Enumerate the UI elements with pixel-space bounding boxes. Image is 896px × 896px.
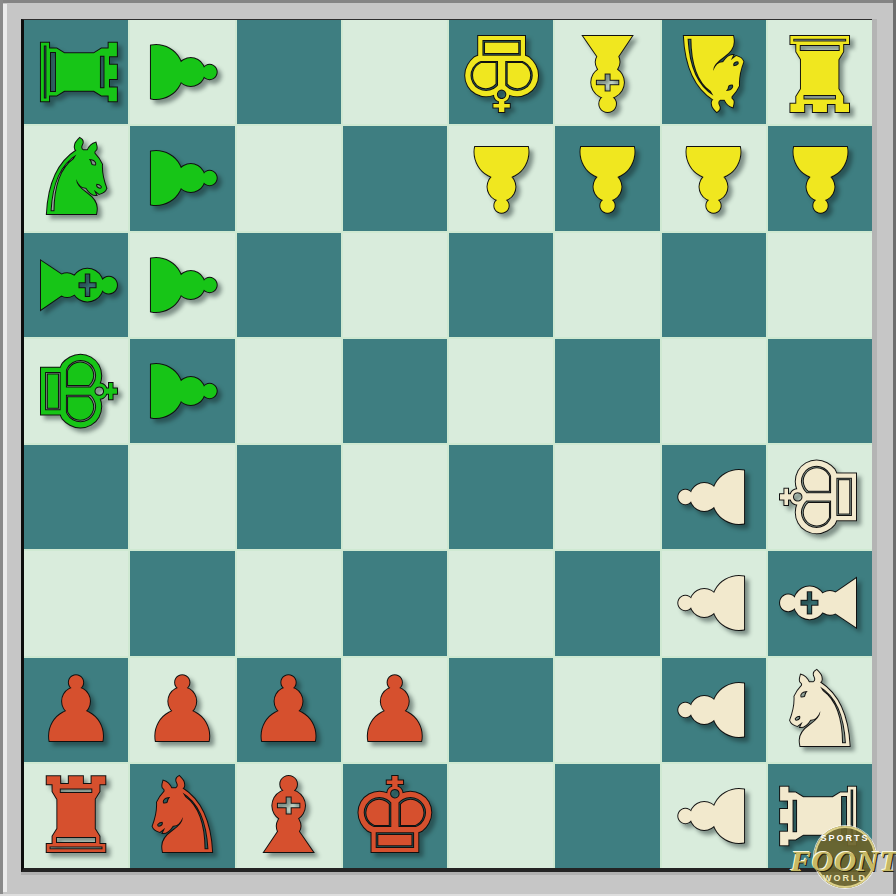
piece-holder: ♚: [343, 764, 447, 868]
piece-green-knight[interactable]: ♞: [30, 126, 123, 230]
square-b1[interactable]: ♞: [130, 764, 234, 868]
frame-inner-shadow-right: [872, 19, 877, 872]
square-g8[interactable]: ♞: [662, 20, 766, 124]
chess-board: ♜♟♚♝♞♜♞♟♟♟♟♟♝♟♚♟♟♚♟♝♟♟♟♟♟♞♜♞♝♚♟♜: [21, 19, 872, 872]
frame-highlight: [3, 4, 7, 892]
piece-red-pawn[interactable]: ♟: [142, 665, 223, 755]
square-g2[interactable]: ♟: [662, 658, 766, 762]
piece-yellow-pawn[interactable]: ♟: [461, 133, 542, 223]
square-b3[interactable]: [130, 551, 234, 655]
square-c2[interactable]: ♟: [237, 658, 341, 762]
square-b8[interactable]: ♟: [130, 20, 234, 124]
piece-holder: ♟: [130, 233, 234, 337]
piece-holder: ♝: [768, 551, 872, 655]
square-c6[interactable]: [237, 233, 341, 337]
frame-inner-shadow-bottom: [21, 872, 872, 875]
square-c3[interactable]: [237, 551, 341, 655]
piece-green-bishop[interactable]: ♝: [24, 238, 128, 331]
square-e6[interactable]: [449, 233, 553, 337]
square-g1[interactable]: ♟: [662, 764, 766, 868]
square-f4[interactable]: [555, 445, 659, 549]
piece-holder: ♜: [24, 764, 128, 868]
piece-yellow-king[interactable]: ♚: [455, 20, 548, 124]
square-d1[interactable]: ♚: [343, 764, 447, 868]
square-d7[interactable]: [343, 126, 447, 230]
piece-holder: ♟: [555, 126, 659, 230]
piece-yellow-pawn[interactable]: ♟: [780, 133, 861, 223]
square-d4[interactable]: [343, 445, 447, 549]
piece-holder: ♟: [662, 126, 766, 230]
piece-white-pawn[interactable]: ♟: [669, 776, 759, 857]
square-f1[interactable]: [555, 764, 659, 868]
square-b4[interactable]: [130, 445, 234, 549]
piece-holder: ♜: [768, 764, 872, 868]
piece-holder: ♝: [24, 233, 128, 337]
piece-holder: ♟: [130, 20, 234, 124]
square-h5[interactable]: [768, 339, 872, 443]
piece-white-knight[interactable]: ♞: [773, 658, 866, 762]
piece-holder: ♞: [768, 658, 872, 762]
square-g7[interactable]: ♟: [662, 126, 766, 230]
piece-holder: ♟: [662, 445, 766, 549]
square-g4[interactable]: ♟: [662, 445, 766, 549]
piece-holder: ♞: [130, 764, 234, 868]
piece-holder: ♚: [24, 339, 128, 443]
square-h2[interactable]: ♞: [768, 658, 872, 762]
square-b7[interactable]: ♟: [130, 126, 234, 230]
piece-red-knight[interactable]: ♞: [136, 764, 229, 868]
piece-green-pawn[interactable]: ♟: [137, 244, 227, 325]
square-c7[interactable]: [237, 126, 341, 230]
square-a5[interactable]: ♚: [24, 339, 128, 443]
square-d5[interactable]: [343, 339, 447, 443]
square-g6[interactable]: [662, 233, 766, 337]
square-f2[interactable]: [555, 658, 659, 762]
square-g3[interactable]: ♟: [662, 551, 766, 655]
square-c4[interactable]: [237, 445, 341, 549]
piece-holder: ♝: [555, 20, 659, 124]
square-d3[interactable]: [343, 551, 447, 655]
piece-yellow-bishop[interactable]: ♝: [561, 20, 654, 124]
piece-holder: ♜: [768, 20, 872, 124]
square-h7[interactable]: ♟: [768, 126, 872, 230]
piece-holder: ♞: [662, 20, 766, 124]
piece-white-rook[interactable]: ♜: [768, 769, 872, 862]
piece-holder: ♟: [24, 658, 128, 762]
piece-holder: ♟: [662, 551, 766, 655]
piece-red-pawn[interactable]: ♟: [248, 665, 329, 755]
piece-holder: ♟: [130, 126, 234, 230]
square-e3[interactable]: [449, 551, 553, 655]
square-f5[interactable]: [555, 339, 659, 443]
square-c8[interactable]: [237, 20, 341, 124]
square-e1[interactable]: [449, 764, 553, 868]
square-e8[interactable]: ♚: [449, 20, 553, 124]
square-a4[interactable]: [24, 445, 128, 549]
piece-white-pawn[interactable]: ♟: [669, 457, 759, 538]
piece-white-king[interactable]: ♚: [768, 451, 872, 544]
square-e2[interactable]: [449, 658, 553, 762]
piece-red-king[interactable]: ♚: [348, 764, 441, 868]
square-h6[interactable]: [768, 233, 872, 337]
square-h4[interactable]: ♚: [768, 445, 872, 549]
square-a1[interactable]: ♜: [24, 764, 128, 868]
piece-red-bishop[interactable]: ♝: [242, 764, 335, 868]
piece-white-pawn[interactable]: ♟: [669, 563, 759, 644]
square-b2[interactable]: ♟: [130, 658, 234, 762]
piece-holder: ♟: [343, 658, 447, 762]
piece-green-king[interactable]: ♚: [24, 344, 128, 437]
piece-holder: ♟: [130, 339, 234, 443]
piece-red-rook[interactable]: ♜: [30, 764, 123, 868]
square-b5[interactable]: ♟: [130, 339, 234, 443]
piece-holder: ♚: [449, 20, 553, 124]
piece-white-bishop[interactable]: ♝: [768, 557, 872, 650]
piece-red-pawn[interactable]: ♟: [36, 665, 117, 755]
square-f7[interactable]: ♟: [555, 126, 659, 230]
piece-green-pawn[interactable]: ♟: [137, 138, 227, 219]
piece-green-pawn[interactable]: ♟: [137, 351, 227, 432]
piece-holder: ♚: [768, 445, 872, 549]
square-e7[interactable]: ♟: [449, 126, 553, 230]
frame-edge-top: [0, 0, 896, 3]
piece-yellow-pawn[interactable]: ♟: [567, 133, 648, 223]
piece-yellow-rook[interactable]: ♜: [773, 20, 866, 124]
square-h3[interactable]: ♝: [768, 551, 872, 655]
piece-yellow-pawn[interactable]: ♟: [673, 133, 754, 223]
square-e4[interactable]: [449, 445, 553, 549]
square-a8[interactable]: ♜: [24, 20, 128, 124]
piece-yellow-knight[interactable]: ♞: [667, 20, 760, 124]
square-a7[interactable]: ♞: [24, 126, 128, 230]
piece-green-rook[interactable]: ♜: [24, 26, 128, 119]
piece-holder: ♟: [237, 658, 341, 762]
piece-holder: ♜: [24, 20, 128, 124]
square-f3[interactable]: [555, 551, 659, 655]
square-d8[interactable]: [343, 20, 447, 124]
square-a2[interactable]: ♟: [24, 658, 128, 762]
square-g5[interactable]: [662, 339, 766, 443]
piece-holder: ♟: [449, 126, 553, 230]
square-a6[interactable]: ♝: [24, 233, 128, 337]
frame-edge-left: [0, 0, 3, 896]
piece-holder: ♟: [130, 658, 234, 762]
square-c5[interactable]: [237, 339, 341, 443]
square-h8[interactable]: ♜: [768, 20, 872, 124]
square-f6[interactable]: [555, 233, 659, 337]
piece-holder: ♟: [768, 126, 872, 230]
piece-green-pawn[interactable]: ♟: [137, 32, 227, 113]
piece-red-pawn[interactable]: ♟: [355, 665, 436, 755]
piece-holder: ♝: [237, 764, 341, 868]
square-f8[interactable]: ♝: [555, 20, 659, 124]
piece-holder: ♟: [662, 764, 766, 868]
square-h1[interactable]: ♜: [768, 764, 872, 868]
square-a3[interactable]: [24, 551, 128, 655]
square-e5[interactable]: [449, 339, 553, 443]
square-d6[interactable]: [343, 233, 447, 337]
piece-holder: ♞: [24, 126, 128, 230]
piece-holder: ♟: [662, 658, 766, 762]
square-d2[interactable]: ♟: [343, 658, 447, 762]
square-c1[interactable]: ♝: [237, 764, 341, 868]
square-b6[interactable]: ♟: [130, 233, 234, 337]
piece-white-pawn[interactable]: ♟: [669, 669, 759, 750]
